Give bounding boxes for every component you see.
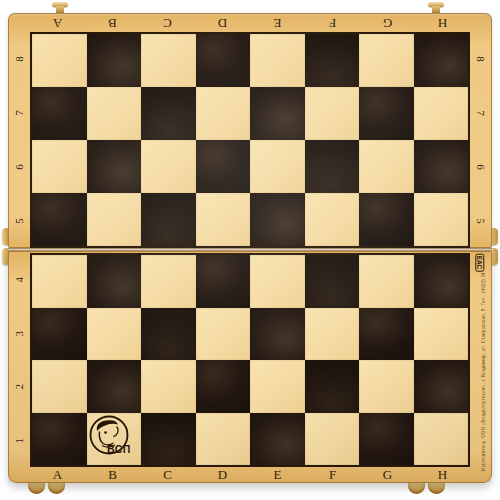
file-label-g: G (360, 15, 415, 31)
rank-labels-top-right: 8765 (470, 32, 492, 248)
bottom-hinge-right (408, 482, 445, 494)
square-f2[interactable] (305, 360, 360, 413)
square-e3[interactable] (250, 308, 305, 361)
square-b4[interactable] (87, 255, 142, 308)
file-label-h: H (415, 15, 470, 31)
square-h8[interactable] (414, 34, 469, 87)
square-g8[interactable] (359, 34, 414, 87)
square-b6[interactable] (87, 140, 142, 193)
file-label-e: E (250, 15, 305, 31)
square-f3[interactable] (305, 308, 360, 361)
square-f4[interactable] (305, 255, 360, 308)
file-label-f: F (305, 15, 360, 31)
square-g1[interactable] (359, 413, 414, 466)
square-g7[interactable] (359, 87, 414, 140)
bottom-hinge-left (28, 482, 65, 494)
rank-label-4: 4 (0, 269, 46, 291)
file-label-e: E (250, 467, 305, 483)
square-e2[interactable] (250, 360, 305, 413)
square-c1[interactable] (141, 413, 196, 466)
square-g4[interactable] (359, 255, 414, 308)
square-g3[interactable] (359, 308, 414, 361)
square-d3[interactable] (196, 308, 251, 361)
file-label-d: D (195, 15, 250, 31)
square-e1[interactable] (250, 413, 305, 466)
square-b8[interactable] (87, 34, 142, 87)
file-label-d: D (195, 467, 250, 483)
square-g2[interactable] (359, 360, 414, 413)
square-c8[interactable] (141, 34, 196, 87)
file-label-b: B (85, 15, 140, 31)
square-e5[interactable] (250, 193, 305, 246)
manufacturer-text: Изготовитель: ООО «Владспортпром», г. Вл… (481, 273, 486, 471)
square-a8[interactable] (32, 34, 87, 87)
square-d6[interactable] (196, 140, 251, 193)
file-labels-bottom: ABCDEFGH (30, 467, 470, 483)
square-f5[interactable] (305, 193, 360, 246)
square-f8[interactable] (305, 34, 360, 87)
file-label-g: G (360, 467, 415, 483)
square-c5[interactable] (141, 193, 196, 246)
vsp-logo-text: ВСП (107, 443, 131, 455)
board-top-half: ABCDEFGH 8765 8765 (8, 13, 492, 248)
square-d7[interactable] (196, 87, 251, 140)
square-a7[interactable] (32, 87, 87, 140)
fold-seam (8, 248, 492, 251)
square-e6[interactable] (250, 140, 305, 193)
square-a5[interactable] (32, 193, 87, 246)
square-c2[interactable] (141, 360, 196, 413)
square-g5[interactable] (359, 193, 414, 246)
square-h1[interactable] (414, 413, 469, 466)
square-d1[interactable] (196, 413, 251, 466)
square-b7[interactable] (87, 87, 142, 140)
square-e8[interactable] (250, 34, 305, 87)
square-h6[interactable] (414, 140, 469, 193)
square-h5[interactable] (414, 193, 469, 246)
rank-labels-top-left: 8765 (8, 32, 30, 248)
rank-label-3: 3 (0, 322, 46, 344)
square-b3[interactable] (87, 308, 142, 361)
square-d4[interactable] (196, 255, 251, 308)
square-d5[interactable] (196, 193, 251, 246)
square-d8[interactable] (196, 34, 251, 87)
eac-certification-mark: ЕАС (476, 254, 485, 272)
square-c6[interactable] (141, 140, 196, 193)
file-label-c: C (140, 15, 195, 31)
rank-label-1: 1 (0, 429, 46, 451)
square-f1[interactable] (305, 413, 360, 466)
square-c3[interactable] (141, 308, 196, 361)
square-b5[interactable] (87, 193, 142, 246)
square-g6[interactable] (359, 140, 414, 193)
square-h4[interactable] (414, 255, 469, 308)
file-label-b: B (85, 467, 140, 483)
square-h7[interactable] (414, 87, 469, 140)
square-e4[interactable] (250, 255, 305, 308)
square-b2[interactable] (87, 360, 142, 413)
board-bottom-half: 4321 ABCDEFGH ВСП ЕАС Изготовитель: ООО … (8, 251, 492, 483)
file-label-a: A (30, 15, 85, 31)
square-h3[interactable] (414, 308, 469, 361)
square-f7[interactable] (305, 87, 360, 140)
square-c7[interactable] (141, 87, 196, 140)
square-h2[interactable] (414, 360, 469, 413)
square-d2[interactable] (196, 360, 251, 413)
square-f6[interactable] (305, 140, 360, 193)
chess-board-photo: ABCDEFGH 8765 8765 4321 ABCDEFGH ВСП ЕАС… (0, 0, 500, 500)
rank-label-2: 2 (0, 376, 46, 398)
file-label-f: F (305, 467, 360, 483)
square-c4[interactable] (141, 255, 196, 308)
file-label-a: A (30, 467, 85, 483)
file-label-c: C (140, 467, 195, 483)
file-label-h: H (415, 467, 470, 483)
file-labels-top: ABCDEFGH (30, 15, 470, 31)
rank-labels-bottom-left: 4321 (8, 253, 30, 467)
square-a6[interactable] (32, 140, 87, 193)
square-e7[interactable] (250, 87, 305, 140)
board-grid-ranks-8-5 (30, 32, 470, 248)
